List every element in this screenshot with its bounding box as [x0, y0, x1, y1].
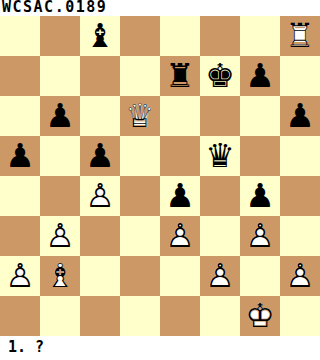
square-h5[interactable]: [280, 136, 320, 176]
square-f2[interactable]: ♟♙: [200, 256, 240, 296]
move-prompt: 1. ?: [0, 336, 320, 360]
square-c5[interactable]: ♟: [80, 136, 120, 176]
square-h1[interactable]: [280, 296, 320, 336]
square-b5[interactable]: [40, 136, 80, 176]
square-g2[interactable]: [240, 256, 280, 296]
black-piece-glyph: ♟: [280, 96, 320, 136]
piece-black-queen: ♛: [200, 136, 240, 176]
piece-white-pawn: ♟♙: [40, 216, 80, 256]
white-piece-outline: ♕: [120, 96, 160, 136]
square-e7[interactable]: ♜: [160, 56, 200, 96]
puzzle-title: WCSAC.0189: [0, 0, 320, 16]
square-g7[interactable]: ♟: [240, 56, 280, 96]
piece-white-pawn: ♟♙: [240, 216, 280, 256]
piece-white-queen: ♛♕: [120, 96, 160, 136]
square-e1[interactable]: [160, 296, 200, 336]
square-g8[interactable]: [240, 16, 280, 56]
square-e3[interactable]: ♟♙: [160, 216, 200, 256]
piece-black-pawn: ♟: [40, 96, 80, 136]
black-piece-glyph: ♟: [160, 176, 200, 216]
white-piece-outline: ♙: [40, 216, 80, 256]
square-g4[interactable]: ♟: [240, 176, 280, 216]
square-c8[interactable]: ♝: [80, 16, 120, 56]
piece-black-rook: ♜: [160, 56, 200, 96]
square-h7[interactable]: [280, 56, 320, 96]
square-a4[interactable]: [0, 176, 40, 216]
square-a7[interactable]: [0, 56, 40, 96]
square-h8[interactable]: ♜♖: [280, 16, 320, 56]
square-h6[interactable]: ♟: [280, 96, 320, 136]
square-d8[interactable]: [120, 16, 160, 56]
square-d3[interactable]: [120, 216, 160, 256]
square-d4[interactable]: [120, 176, 160, 216]
square-g5[interactable]: [240, 136, 280, 176]
piece-white-rook: ♜♖: [280, 16, 320, 56]
square-e2[interactable]: [160, 256, 200, 296]
square-b7[interactable]: [40, 56, 80, 96]
square-a8[interactable]: [0, 16, 40, 56]
square-b4[interactable]: [40, 176, 80, 216]
square-d5[interactable]: [120, 136, 160, 176]
square-e8[interactable]: [160, 16, 200, 56]
square-e6[interactable]: [160, 96, 200, 136]
square-f5[interactable]: ♛: [200, 136, 240, 176]
white-piece-outline: ♙: [160, 216, 200, 256]
white-piece-outline: ♔: [240, 296, 280, 336]
square-f3[interactable]: [200, 216, 240, 256]
square-b3[interactable]: ♟♙: [40, 216, 80, 256]
piece-white-king: ♚♔: [240, 296, 280, 336]
square-g3[interactable]: ♟♙: [240, 216, 280, 256]
piece-black-bishop: ♝: [80, 16, 120, 56]
piece-white-pawn: ♟♙: [280, 256, 320, 296]
square-b1[interactable]: [40, 296, 80, 336]
square-f7[interactable]: ♚: [200, 56, 240, 96]
white-piece-outline: ♙: [80, 176, 120, 216]
piece-black-pawn: ♟: [240, 176, 280, 216]
square-b2[interactable]: ♝♗: [40, 256, 80, 296]
black-piece-glyph: ♟: [240, 56, 280, 96]
square-b8[interactable]: [40, 16, 80, 56]
piece-black-king: ♚: [200, 56, 240, 96]
white-piece-outline: ♙: [280, 256, 320, 296]
white-piece-outline: ♙: [240, 216, 280, 256]
square-a6[interactable]: [0, 96, 40, 136]
square-c7[interactable]: [80, 56, 120, 96]
black-piece-glyph: ♜: [160, 56, 200, 96]
square-f8[interactable]: [200, 16, 240, 56]
square-g1[interactable]: ♚♔: [240, 296, 280, 336]
square-d6[interactable]: ♛♕: [120, 96, 160, 136]
square-c2[interactable]: [80, 256, 120, 296]
square-h4[interactable]: [280, 176, 320, 216]
square-a1[interactable]: [0, 296, 40, 336]
piece-white-pawn: ♟♙: [0, 256, 40, 296]
square-d2[interactable]: [120, 256, 160, 296]
square-c3[interactable]: [80, 216, 120, 256]
piece-white-pawn: ♟♙: [200, 256, 240, 296]
square-c6[interactable]: [80, 96, 120, 136]
square-e5[interactable]: [160, 136, 200, 176]
black-piece-glyph: ♟: [0, 136, 40, 176]
piece-black-pawn: ♟: [80, 136, 120, 176]
square-h2[interactable]: ♟♙: [280, 256, 320, 296]
square-g6[interactable]: [240, 96, 280, 136]
piece-white-bishop: ♝♗: [40, 256, 80, 296]
piece-black-pawn: ♟: [160, 176, 200, 216]
black-piece-glyph: ♚: [200, 56, 240, 96]
piece-black-pawn: ♟: [0, 136, 40, 176]
square-e4[interactable]: ♟: [160, 176, 200, 216]
square-a3[interactable]: [0, 216, 40, 256]
square-f6[interactable]: [200, 96, 240, 136]
white-piece-outline: ♗: [40, 256, 80, 296]
piece-white-pawn: ♟♙: [160, 216, 200, 256]
white-piece-outline: ♙: [0, 256, 40, 296]
square-h3[interactable]: [280, 216, 320, 256]
piece-black-pawn: ♟: [240, 56, 280, 96]
chess-board: ♝♜♖♜♚♟♟♛♕♟♟♟♛♟♙♟♟♟♙♟♙♟♙♟♙♝♗♟♙♟♙♚♔: [0, 16, 320, 336]
black-piece-glyph: ♟: [80, 136, 120, 176]
square-f1[interactable]: [200, 296, 240, 336]
square-d7[interactable]: [120, 56, 160, 96]
white-piece-outline: ♖: [280, 16, 320, 56]
black-piece-glyph: ♟: [40, 96, 80, 136]
piece-white-pawn: ♟♙: [80, 176, 120, 216]
black-piece-glyph: ♟: [240, 176, 280, 216]
square-c1[interactable]: [80, 296, 120, 336]
square-c4[interactable]: ♟♙: [80, 176, 120, 216]
square-f4[interactable]: [200, 176, 240, 216]
square-b6[interactable]: ♟: [40, 96, 80, 136]
square-d1[interactable]: [120, 296, 160, 336]
black-piece-glyph: ♛: [200, 136, 240, 176]
white-piece-outline: ♙: [200, 256, 240, 296]
square-a2[interactable]: ♟♙: [0, 256, 40, 296]
black-piece-glyph: ♝: [80, 16, 120, 56]
piece-black-pawn: ♟: [280, 96, 320, 136]
square-a5[interactable]: ♟: [0, 136, 40, 176]
